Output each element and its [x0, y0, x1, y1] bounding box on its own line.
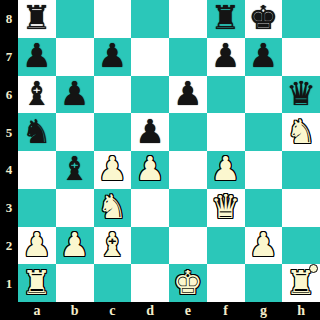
piece-white-queen[interactable]: ♛ [211, 190, 241, 223]
square-c1[interactable] [94, 264, 132, 302]
square-d5[interactable]: ♟ [131, 113, 169, 151]
square-d7[interactable] [131, 38, 169, 76]
square-e6[interactable]: ♟ [169, 76, 207, 114]
square-c6[interactable] [94, 76, 132, 114]
square-h8[interactable] [282, 0, 320, 38]
square-f8[interactable]: ♜ [207, 0, 245, 38]
square-h3[interactable] [282, 189, 320, 227]
piece-black-pawn[interactable]: ♟ [22, 39, 52, 72]
square-f1[interactable] [207, 264, 245, 302]
square-b1[interactable] [56, 264, 94, 302]
square-d4[interactable]: ♟ [131, 151, 169, 189]
square-a7[interactable]: ♟ [18, 38, 56, 76]
piece-black-rook[interactable]: ♜ [22, 1, 52, 34]
square-e7[interactable] [169, 38, 207, 76]
square-b5[interactable] [56, 113, 94, 151]
piece-black-bishop[interactable]: ♝ [22, 77, 52, 110]
square-a1[interactable]: ♜ [18, 264, 56, 302]
square-b7[interactable] [56, 38, 94, 76]
rank-label-4: 4 [0, 151, 18, 189]
file-label-f: f [207, 302, 245, 320]
piece-white-knight[interactable]: ♞ [98, 190, 128, 223]
file-label-g: g [245, 302, 283, 320]
square-f6[interactable] [207, 76, 245, 114]
square-g2[interactable]: ♟ [245, 227, 283, 265]
square-e3[interactable] [169, 189, 207, 227]
square-e8[interactable] [169, 0, 207, 38]
piece-white-pawn[interactable]: ♟ [135, 152, 165, 185]
piece-black-pawn[interactable]: ♟ [173, 77, 203, 110]
square-d2[interactable] [131, 227, 169, 265]
square-a5[interactable]: ♞ [18, 113, 56, 151]
square-b3[interactable] [56, 189, 94, 227]
square-h5[interactable]: ♞ [282, 113, 320, 151]
square-a6[interactable]: ♝ [18, 76, 56, 114]
rank-label-2: 2 [0, 227, 18, 265]
piece-white-pawn[interactable]: ♟ [22, 228, 52, 261]
rank-label-6: 6 [0, 76, 18, 114]
square-c8[interactable] [94, 0, 132, 38]
square-g1[interactable] [245, 264, 283, 302]
square-h1[interactable]: ♜ [282, 264, 320, 302]
square-g5[interactable] [245, 113, 283, 151]
square-b8[interactable] [56, 0, 94, 38]
piece-white-king[interactable]: ♚ [173, 266, 203, 299]
board-frame-corner [0, 302, 18, 320]
piece-black-king[interactable]: ♚ [249, 1, 279, 34]
square-a3[interactable] [18, 189, 56, 227]
square-d3[interactable] [131, 189, 169, 227]
square-c3[interactable]: ♞ [94, 189, 132, 227]
square-c4[interactable]: ♟ [94, 151, 132, 189]
file-label-a: a [18, 302, 56, 320]
file-label-d: d [131, 302, 169, 320]
piece-black-knight[interactable]: ♞ [22, 115, 52, 148]
square-g8[interactable]: ♚ [245, 0, 283, 38]
square-a4[interactable] [18, 151, 56, 189]
square-f3[interactable]: ♛ [207, 189, 245, 227]
file-label-e: e [169, 302, 207, 320]
piece-white-pawn[interactable]: ♟ [60, 228, 90, 261]
piece-white-bishop[interactable]: ♝ [98, 228, 128, 261]
square-d8[interactable] [131, 0, 169, 38]
square-b2[interactable]: ♟ [56, 227, 94, 265]
square-g4[interactable] [245, 151, 283, 189]
square-h4[interactable] [282, 151, 320, 189]
rank-label-5: 5 [0, 113, 18, 151]
square-b4[interactable]: ♝ [56, 151, 94, 189]
square-h6[interactable]: ♛ [282, 76, 320, 114]
file-labels: abcdefgh [18, 302, 320, 320]
piece-white-pawn[interactable]: ♟ [211, 152, 241, 185]
move-marker-circle [309, 264, 318, 273]
piece-black-bishop[interactable]: ♝ [60, 152, 90, 185]
rank-label-7: 7 [0, 38, 18, 76]
file-label-c: c [94, 302, 132, 320]
piece-black-pawn[interactable]: ♟ [135, 115, 165, 148]
piece-white-pawn[interactable]: ♟ [249, 228, 279, 261]
square-f5[interactable] [207, 113, 245, 151]
piece-black-pawn[interactable]: ♟ [60, 77, 90, 110]
square-g7[interactable]: ♟ [245, 38, 283, 76]
square-b6[interactable]: ♟ [56, 76, 94, 114]
chess-board: ♜♜♚♟♟♟♟♝♟♟♛♞♟♞♝♟♟♟♞♛♟♟♝♟♜♚♜ [18, 0, 320, 302]
file-label-b: b [56, 302, 94, 320]
square-e1[interactable]: ♚ [169, 264, 207, 302]
piece-white-rook[interactable]: ♜ [22, 266, 52, 299]
square-c5[interactable] [94, 113, 132, 151]
file-label-h: h [282, 302, 320, 320]
square-g6[interactable] [245, 76, 283, 114]
piece-black-pawn[interactable]: ♟ [249, 39, 279, 72]
chess-diagram: 87654321 ♜♜♚♟♟♟♟♝♟♟♛♞♟♞♝♟♟♟♞♛♟♟♝♟♜♚♜ abc… [0, 0, 320, 320]
rank-label-3: 3 [0, 189, 18, 227]
square-f2[interactable] [207, 227, 245, 265]
piece-black-rook[interactable]: ♜ [211, 1, 241, 34]
square-a8[interactable]: ♜ [18, 0, 56, 38]
square-g3[interactable] [245, 189, 283, 227]
rank-label-8: 8 [0, 0, 18, 38]
piece-black-pawn[interactable]: ♟ [98, 39, 128, 72]
square-d6[interactable] [131, 76, 169, 114]
square-e4[interactable] [169, 151, 207, 189]
piece-black-pawn[interactable]: ♟ [211, 39, 241, 72]
rank-labels: 87654321 [0, 0, 18, 302]
square-f4[interactable]: ♟ [207, 151, 245, 189]
square-d1[interactable] [131, 264, 169, 302]
square-e2[interactable] [169, 227, 207, 265]
square-h7[interactable] [282, 38, 320, 76]
rank-label-1: 1 [0, 264, 18, 302]
piece-white-pawn[interactable]: ♟ [98, 152, 128, 185]
square-h2[interactable] [282, 227, 320, 265]
square-f7[interactable]: ♟ [207, 38, 245, 76]
square-c7[interactable]: ♟ [94, 38, 132, 76]
piece-black-queen[interactable]: ♛ [286, 77, 316, 110]
square-c2[interactable]: ♝ [94, 227, 132, 265]
piece-white-knight[interactable]: ♞ [286, 115, 316, 148]
square-a2[interactable]: ♟ [18, 227, 56, 265]
square-e5[interactable] [169, 113, 207, 151]
